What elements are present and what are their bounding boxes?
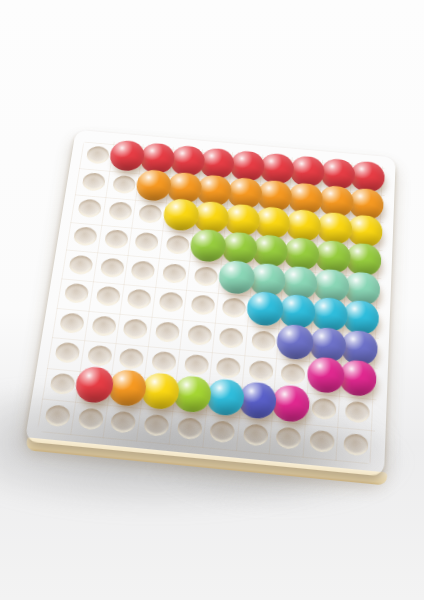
board-cell[interactable] bbox=[241, 385, 276, 420]
board-cell[interactable] bbox=[49, 336, 86, 370]
board-cell[interactable] bbox=[274, 389, 309, 424]
hole bbox=[345, 401, 370, 424]
board-cell[interactable] bbox=[217, 292, 251, 324]
hole bbox=[312, 397, 337, 420]
hole bbox=[251, 330, 276, 352]
hole bbox=[166, 235, 191, 255]
hole bbox=[108, 202, 133, 222]
board-cell[interactable] bbox=[341, 364, 375, 398]
hole bbox=[82, 172, 107, 191]
hole bbox=[143, 413, 169, 436]
board-cell[interactable] bbox=[77, 167, 111, 196]
board-cell[interactable] bbox=[105, 404, 142, 439]
bead-board bbox=[25, 130, 396, 477]
board-cell[interactable] bbox=[271, 420, 307, 456]
board-cell[interactable] bbox=[175, 379, 211, 414]
hole bbox=[131, 260, 156, 281]
hole bbox=[123, 318, 149, 340]
hole bbox=[95, 286, 121, 307]
board-cell[interactable] bbox=[157, 258, 192, 290]
board-grid bbox=[25, 130, 396, 477]
hole bbox=[276, 426, 302, 450]
hole bbox=[45, 404, 72, 427]
board-cell[interactable] bbox=[72, 401, 109, 436]
board-cell[interactable] bbox=[54, 307, 90, 340]
board-cell[interactable] bbox=[309, 361, 343, 395]
hole bbox=[193, 266, 218, 287]
hole bbox=[86, 146, 110, 165]
board-cell[interactable] bbox=[99, 224, 134, 255]
board-cell[interactable] bbox=[246, 324, 281, 357]
board-cell[interactable] bbox=[130, 227, 164, 258]
board-cell[interactable] bbox=[182, 318, 217, 351]
hole bbox=[187, 324, 212, 346]
board-cell[interactable] bbox=[64, 249, 99, 280]
hole bbox=[135, 232, 160, 252]
board-cell[interactable] bbox=[171, 411, 207, 446]
board-cell[interactable] bbox=[118, 313, 154, 346]
hole bbox=[119, 348, 145, 370]
board-cell[interactable] bbox=[208, 382, 244, 417]
board-cell[interactable] bbox=[185, 289, 220, 321]
photo-scene bbox=[0, 0, 424, 600]
hole bbox=[151, 351, 177, 373]
hole bbox=[55, 342, 81, 364]
hole bbox=[138, 204, 163, 224]
board-cell[interactable] bbox=[307, 392, 342, 427]
board-cell[interactable] bbox=[90, 280, 126, 312]
hole bbox=[162, 263, 187, 284]
hole bbox=[219, 327, 244, 349]
hole bbox=[69, 254, 94, 275]
board-cell[interactable] bbox=[338, 427, 373, 463]
board-cell[interactable] bbox=[126, 255, 161, 287]
board-cell[interactable] bbox=[154, 286, 189, 318]
board-cell[interactable] bbox=[44, 367, 81, 401]
board-cell[interactable] bbox=[109, 373, 146, 407]
hole bbox=[77, 407, 104, 430]
hole bbox=[159, 292, 184, 313]
hole bbox=[176, 417, 202, 440]
hole bbox=[112, 175, 136, 194]
hole bbox=[91, 315, 117, 337]
board-cell[interactable] bbox=[103, 197, 137, 227]
board-cell[interactable] bbox=[204, 414, 240, 449]
hole bbox=[59, 312, 85, 334]
board-cell[interactable] bbox=[238, 417, 274, 453]
board-cell[interactable] bbox=[95, 252, 130, 283]
hole bbox=[127, 289, 152, 310]
board-cell[interactable] bbox=[73, 194, 108, 224]
hole bbox=[281, 363, 306, 385]
board-cell[interactable] bbox=[86, 310, 122, 343]
board-cell[interactable] bbox=[214, 321, 249, 354]
board-cell[interactable] bbox=[39, 398, 77, 433]
hole bbox=[110, 410, 137, 433]
board-cell[interactable] bbox=[137, 172, 171, 202]
board-cell[interactable] bbox=[59, 278, 95, 310]
board-cell[interactable] bbox=[278, 327, 312, 360]
board-cell[interactable] bbox=[107, 170, 141, 200]
hole bbox=[222, 297, 247, 318]
hole bbox=[343, 433, 368, 457]
board-cell[interactable] bbox=[150, 316, 185, 349]
hole bbox=[73, 226, 98, 246]
hole bbox=[210, 420, 236, 443]
hole bbox=[64, 283, 90, 304]
hole bbox=[100, 257, 125, 278]
board-cell[interactable] bbox=[305, 423, 340, 459]
hole bbox=[190, 295, 215, 316]
hole bbox=[216, 357, 241, 379]
board-cell[interactable] bbox=[81, 141, 115, 170]
board-cell[interactable] bbox=[220, 263, 254, 295]
board-cell[interactable] bbox=[249, 295, 283, 327]
board-cell[interactable] bbox=[138, 407, 175, 442]
board-cell[interactable] bbox=[142, 376, 178, 410]
board-cell[interactable] bbox=[111, 143, 145, 172]
hole bbox=[50, 373, 77, 396]
board-cell[interactable] bbox=[161, 229, 195, 260]
hole bbox=[87, 345, 113, 367]
board-cell[interactable] bbox=[122, 283, 157, 315]
board-cell[interactable] bbox=[68, 221, 103, 252]
board-perspective-wrap bbox=[25, 130, 396, 477]
board-cell[interactable] bbox=[192, 232, 226, 263]
board-cell[interactable] bbox=[189, 260, 223, 292]
board-cell[interactable] bbox=[340, 395, 375, 430]
hole bbox=[309, 429, 335, 453]
board-cell[interactable] bbox=[164, 202, 198, 232]
hole bbox=[183, 354, 209, 376]
hole bbox=[248, 360, 273, 382]
board-cell[interactable] bbox=[77, 370, 114, 404]
hole bbox=[77, 199, 102, 219]
hole bbox=[104, 229, 129, 249]
hole bbox=[243, 423, 269, 446]
board-cell[interactable] bbox=[134, 199, 168, 229]
hole bbox=[155, 321, 181, 343]
